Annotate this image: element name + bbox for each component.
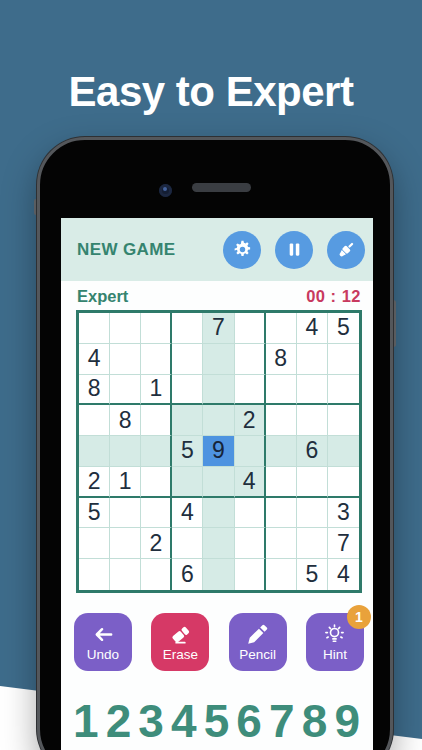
lightbulb-icon [323, 623, 346, 646]
sudoku-cell-r9c8[interactable]: 5 [297, 559, 328, 590]
sudoku-cell-r1c1[interactable] [79, 313, 110, 344]
sudoku-cell-r9c2[interactable] [110, 559, 141, 590]
sudoku-cell-r8c6[interactable] [235, 528, 266, 559]
pause-icon [284, 239, 305, 260]
sudoku-cell-r3c7[interactable] [266, 375, 297, 406]
sudoku-cell-r9c6[interactable] [235, 559, 266, 590]
numpad-digit-6[interactable]: 6 [236, 698, 262, 744]
sudoku-cell-r2c6[interactable] [235, 344, 266, 375]
sudoku-cell-r5c6[interactable] [235, 436, 266, 467]
numpad-digit-5[interactable]: 5 [204, 698, 230, 744]
sudoku-cell-r5c1[interactable] [79, 436, 110, 467]
sudoku-cell-r5c7[interactable] [266, 436, 297, 467]
undo-button[interactable]: Undo [74, 613, 132, 671]
sudoku-cell-r6c5[interactable] [203, 467, 234, 498]
numpad-digit-2[interactable]: 2 [106, 698, 132, 744]
sudoku-cell-r2c1[interactable]: 4 [79, 344, 110, 375]
sudoku-cell-r4c9[interactable] [328, 405, 359, 436]
pencil-button[interactable]: Pencil [229, 613, 287, 671]
sudoku-cell-r3c3[interactable]: 1 [141, 375, 172, 406]
sudoku-cell-r3c9[interactable] [328, 375, 359, 406]
sudoku-cell-r1c8[interactable]: 4 [297, 313, 328, 344]
sudoku-cell-r6c1[interactable]: 2 [79, 467, 110, 498]
sudoku-cell-r9c1[interactable] [79, 559, 110, 590]
new-game-label: NEW GAME [77, 240, 209, 260]
sudoku-cell-r2c9[interactable] [328, 344, 359, 375]
sudoku-cell-r8c5[interactable] [203, 528, 234, 559]
sudoku-cell-r5c3[interactable] [141, 436, 172, 467]
sudoku-cell-r7c1[interactable]: 5 [79, 498, 110, 529]
sudoku-cell-r7c5[interactable] [203, 498, 234, 529]
sudoku-cell-r4c5[interactable] [203, 405, 234, 436]
numpad-digit-1[interactable]: 1 [73, 698, 99, 744]
sudoku-cell-r6c3[interactable] [141, 467, 172, 498]
sudoku-cell-r7c3[interactable] [141, 498, 172, 529]
sudoku-cell-r1c7[interactable] [266, 313, 297, 344]
sudoku-cell-r7c2[interactable] [110, 498, 141, 529]
sudoku-cell-r6c4[interactable] [172, 467, 203, 498]
sudoku-cell-r2c7[interactable]: 8 [266, 344, 297, 375]
earpiece-speaker-slot [192, 183, 251, 192]
eraser-icon [169, 623, 192, 646]
sudoku-cell-r9c3[interactable] [141, 559, 172, 590]
sudoku-cell-r8c3[interactable]: 2 [141, 528, 172, 559]
sudoku-cell-r9c9[interactable]: 4 [328, 559, 359, 590]
settings-button[interactable] [223, 231, 261, 269]
sudoku-cell-r7c6[interactable] [235, 498, 266, 529]
phone-mockup: NEW GAME Expert [37, 137, 393, 750]
sudoku-cell-r8c4[interactable] [172, 528, 203, 559]
sudoku-cell-r5c8[interactable]: 6 [297, 436, 328, 467]
sudoku-cell-r7c7[interactable] [266, 498, 297, 529]
sudoku-cell-r5c5[interactable]: 9 [203, 436, 234, 467]
sudoku-cell-r5c9[interactable] [328, 436, 359, 467]
sudoku-cell-r8c9[interactable]: 7 [328, 528, 359, 559]
status-row: Expert 00 : 12 [61, 281, 373, 309]
sudoku-cell-r2c3[interactable] [141, 344, 172, 375]
numpad-digit-4[interactable]: 4 [171, 698, 197, 744]
sudoku-cell-r4c6[interactable]: 2 [235, 405, 266, 436]
hint-button[interactable]: 1 Hint [306, 613, 364, 671]
sudoku-cell-r4c4[interactable] [172, 405, 203, 436]
marketing-screenshot: Easy to Expert NEW GAME [0, 0, 422, 750]
sudoku-cell-r9c7[interactable] [266, 559, 297, 590]
sudoku-cell-r6c7[interactable] [266, 467, 297, 498]
sudoku-cell-r7c9[interactable]: 3 [328, 498, 359, 529]
hint-count-badge: 1 [347, 605, 371, 629]
sudoku-cell-r6c9[interactable] [328, 467, 359, 498]
pause-button[interactable] [275, 231, 313, 269]
sudoku-cell-r2c4[interactable] [172, 344, 203, 375]
sudoku-cell-r3c1[interactable]: 8 [79, 375, 110, 406]
game-toolbar: Undo Erase Pencil 1 [61, 613, 373, 671]
sudoku-cell-r7c8[interactable] [297, 498, 328, 529]
difficulty-label: Expert [77, 287, 128, 306]
sudoku-cell-r8c8[interactable] [297, 528, 328, 559]
sudoku-cell-r4c2[interactable]: 8 [110, 405, 141, 436]
sudoku-cell-r3c6[interactable] [235, 375, 266, 406]
pencil-icon [246, 623, 269, 646]
gear-icon [232, 239, 253, 260]
sudoku-cell-r1c6[interactable] [235, 313, 266, 344]
sudoku-cell-r8c2[interactable] [110, 528, 141, 559]
theme-button[interactable] [327, 231, 365, 269]
sudoku-cell-r2c2[interactable] [110, 344, 141, 375]
sudoku-cell-r1c9[interactable]: 5 [328, 313, 359, 344]
app-header: NEW GAME [61, 218, 373, 281]
sudoku-cell-r3c5[interactable] [203, 375, 234, 406]
sudoku-cell-r4c3[interactable] [141, 405, 172, 436]
numpad-digit-3[interactable]: 3 [138, 698, 164, 744]
sudoku-cell-r6c2[interactable]: 1 [110, 467, 141, 498]
numpad-digit-7[interactable]: 7 [269, 698, 295, 744]
sudoku-cell-r4c8[interactable] [297, 405, 328, 436]
sudoku-cell-r3c2[interactable] [110, 375, 141, 406]
sudoku-cell-r1c2[interactable] [110, 313, 141, 344]
page-title: Easy to Expert [0, 68, 422, 116]
sudoku-cell-r2c5[interactable] [203, 344, 234, 375]
sudoku-cell-r8c7[interactable] [266, 528, 297, 559]
numpad-digit-8[interactable]: 8 [302, 698, 328, 744]
undo-arrow-icon [92, 623, 115, 646]
sudoku-cell-r6c6[interactable]: 4 [235, 467, 266, 498]
sudoku-cell-r5c2[interactable] [110, 436, 141, 467]
sudoku-cell-r1c4[interactable] [172, 313, 203, 344]
sudoku-cell-r4c1[interactable] [79, 405, 110, 436]
sudoku-cell-r9c4[interactable]: 6 [172, 559, 203, 590]
sudoku-board: 74548818259621454327654 [76, 310, 362, 593]
erase-button[interactable]: Erase [151, 613, 209, 671]
sudoku-cell-r4c7[interactable] [266, 405, 297, 436]
paintbrush-icon [336, 239, 357, 260]
sudoku-cell-r9c5[interactable] [203, 559, 234, 590]
sudoku-cell-r2c8[interactable] [297, 344, 328, 375]
sudoku-cell-r1c3[interactable] [141, 313, 172, 344]
sudoku-cell-r5c4[interactable]: 5 [172, 436, 203, 467]
sudoku-cell-r1c5[interactable]: 7 [203, 313, 234, 344]
front-camera-dot [159, 184, 172, 197]
sudoku-cell-r6c8[interactable] [297, 467, 328, 498]
number-pad: 123456789 [61, 698, 373, 744]
sudoku-cell-r3c4[interactable] [172, 375, 203, 406]
sudoku-cell-r3c8[interactable] [297, 375, 328, 406]
game-timer: 00 : 12 [306, 287, 361, 306]
sudoku-cell-r7c4[interactable]: 4 [172, 498, 203, 529]
numpad-digit-9[interactable]: 9 [334, 698, 360, 744]
app-screen: NEW GAME Expert [61, 218, 373, 750]
sudoku-cell-r8c1[interactable] [79, 528, 110, 559]
